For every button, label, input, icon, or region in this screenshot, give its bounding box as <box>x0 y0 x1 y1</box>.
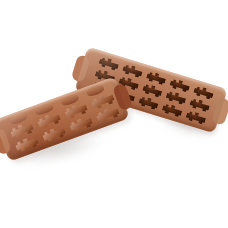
train-shaped-cavity <box>193 85 215 100</box>
train-shaped-cavity <box>138 95 160 110</box>
train-shaped-cavity <box>185 110 207 125</box>
rear-tray-right-handle <box>211 97 228 126</box>
train-shaped-cavity <box>141 83 163 98</box>
train-shaped-cavity <box>145 70 167 85</box>
train-shaped-cavity <box>98 56 120 71</box>
train-shaped-cavity <box>122 63 144 78</box>
train-shaped-cavity <box>189 97 211 112</box>
rear-tray-left-handle <box>71 54 91 83</box>
train-shaped-cavity <box>161 102 183 117</box>
train-shaped-cavity <box>169 78 191 93</box>
train-shaped-cavity <box>165 90 187 105</box>
product-photo <box>0 0 228 228</box>
